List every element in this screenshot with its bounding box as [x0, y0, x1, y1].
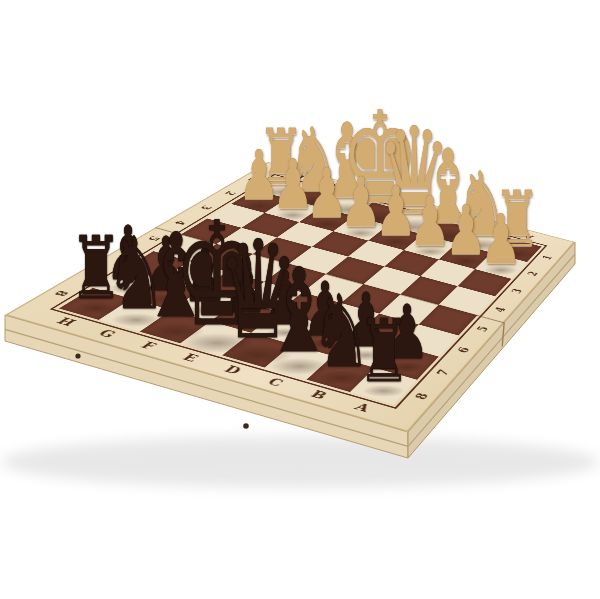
- file-label-far-g: G: [323, 181, 339, 188]
- file-label-far-c: C: [455, 215, 469, 222]
- rank-label-right-4: 4: [493, 306, 508, 313]
- rank-label-left-1: 1: [245, 177, 259, 182]
- rank-label-left-8: 8: [51, 290, 70, 298]
- clasp-pin-left: [75, 353, 80, 358]
- rank-label-left-5: 5: [145, 235, 162, 241]
- drop-shadow: [0, 436, 600, 488]
- file-label-near-b: B: [308, 389, 329, 401]
- rank-label-left-6: 6: [116, 252, 133, 259]
- file-label-far-f: F: [357, 190, 371, 196]
- file-label-far-b: B: [488, 224, 503, 231]
- rank-label-right-5: 5: [475, 325, 491, 333]
- file-label-far-a: A: [523, 233, 537, 240]
- rank-label-right-6: 6: [456, 346, 472, 354]
- rank-label-left-4: 4: [172, 220, 188, 226]
- rank-label-right-7: 7: [435, 368, 452, 376]
- file-label-near-g: G: [96, 328, 119, 339]
- rank-label-left-2: 2: [222, 190, 237, 196]
- file-label-near-d: D: [222, 364, 244, 376]
- file-label-near-f: F: [138, 340, 159, 351]
- rank-label-left-7: 7: [85, 270, 103, 277]
- rank-label-right-1: 1: [541, 255, 555, 261]
- file-label-far-e: E: [389, 198, 403, 205]
- chess-set-photo: HHGGFFEEDDCCBBAA1122334455667788 ♜♞♟♝♟♚♟…: [0, 0, 600, 599]
- file-label-near-e: E: [180, 352, 201, 363]
- file-label-near-a: A: [353, 401, 373, 413]
- rank-label-right-3: 3: [510, 288, 525, 295]
- file-label-far-h: H: [291, 173, 308, 180]
- file-label-near-c: C: [265, 376, 286, 388]
- rank-label-right-2: 2: [526, 271, 540, 277]
- file-label-near-h: H: [54, 316, 79, 327]
- rank-label-right-8: 8: [413, 392, 431, 401]
- file-label-far-d: D: [421, 207, 436, 214]
- clasp-pin-center: [243, 423, 249, 429]
- rank-label-left-3: 3: [198, 205, 214, 211]
